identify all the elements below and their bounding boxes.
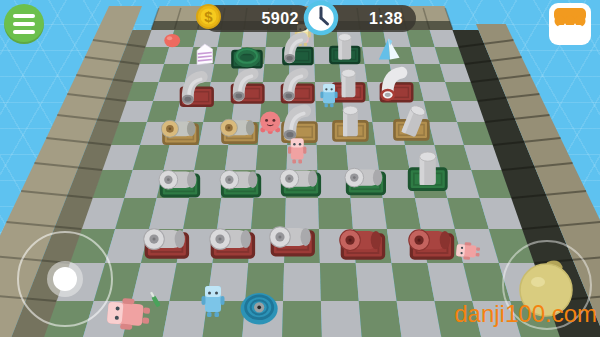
piece-roll_red	[401, 204, 463, 266]
piece-roll	[202, 203, 264, 265]
piece-char_fallen-pink	[455, 226, 491, 262]
shop-button[interactable]	[545, 1, 595, 47]
piece-pipe_lean	[386, 95, 437, 146]
piece-roll	[213, 147, 269, 203]
watermark: danji100.com	[454, 300, 597, 328]
timer-value: 1:38	[369, 10, 403, 28]
game-screen: $ 5902 1:38 danji100.com	[0, 0, 600, 337]
piece-snail	[214, 98, 265, 149]
coin-counter: $ 5902	[203, 5, 312, 32]
piece-cylinder	[400, 141, 455, 196]
clock-icon	[303, 0, 339, 36]
hamburger-icon	[13, 14, 35, 19]
timer-display: 1:38	[315, 5, 416, 32]
piece-cake	[188, 35, 222, 69]
piece-roll_red	[332, 204, 394, 266]
piece-cylinder	[325, 96, 376, 147]
joystick-left[interactable]	[17, 231, 113, 327]
joystick-knob[interactable]	[53, 267, 77, 291]
piece-dome	[225, 266, 293, 334]
shop-icon	[545, 1, 595, 47]
piece-roll	[152, 147, 208, 203]
coin-value: 5902	[261, 10, 299, 28]
piece-ball	[151, 14, 193, 56]
piece-roll	[262, 201, 324, 263]
piece-roll	[136, 203, 198, 265]
piece-roll	[338, 145, 394, 201]
piece-char_fallen-pink	[105, 269, 170, 334]
coin-icon: $	[196, 4, 221, 29]
piece-roll	[273, 146, 329, 202]
piece-snail	[155, 99, 206, 150]
menu-button[interactable]	[4, 4, 44, 44]
